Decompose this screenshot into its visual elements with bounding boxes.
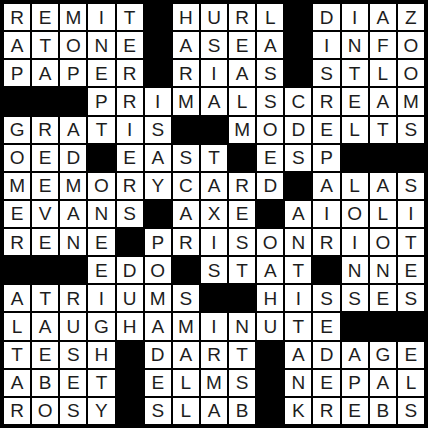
grid-cell[interactable]: I: [87, 284, 115, 312]
grid-cell[interactable]: A: [3, 369, 31, 397]
grid-cell[interactable]: D: [59, 144, 87, 172]
black-cell: [369, 144, 397, 172]
grid-cell[interactable]: P: [3, 59, 31, 87]
grid-cell[interactable]: L: [172, 369, 200, 397]
grid-cell[interactable]: D: [116, 256, 144, 284]
black-cell: [397, 312, 425, 340]
black-cell: [172, 256, 200, 284]
grid-cell[interactable]: A: [369, 172, 397, 200]
grid-cell[interactable]: R: [116, 87, 144, 115]
black-cell: [397, 144, 425, 172]
black-cell: [31, 87, 59, 115]
grid-cell[interactable]: M: [144, 284, 172, 312]
black-cell: [172, 116, 200, 144]
grid-cell[interactable]: E: [31, 228, 59, 256]
grid-cell[interactable]: T: [369, 116, 397, 144]
grid-cell[interactable]: O: [256, 116, 284, 144]
black-cell: [31, 256, 59, 284]
black-cell: [116, 228, 144, 256]
grid-cell[interactable]: A: [284, 200, 312, 228]
grid-cell[interactable]: S: [397, 397, 425, 425]
grid-cell[interactable]: N: [341, 31, 369, 59]
grid-cell[interactable]: A: [144, 312, 172, 340]
grid-cell[interactable]: I: [312, 31, 340, 59]
grid-cell[interactable]: R: [228, 3, 256, 31]
black-cell: [144, 200, 172, 228]
grid-cell[interactable]: S: [228, 369, 256, 397]
grid-cell[interactable]: L: [256, 3, 284, 31]
grid-cell[interactable]: Z: [397, 3, 425, 31]
grid-cell[interactable]: T: [228, 341, 256, 369]
grid-cell[interactable]: E: [87, 59, 115, 87]
grid-cell[interactable]: R: [312, 397, 340, 425]
grid-cell[interactable]: O: [369, 228, 397, 256]
black-cell: [284, 59, 312, 87]
grid-cell[interactable]: I: [144, 87, 172, 115]
grid-cell[interactable]: P: [87, 87, 115, 115]
grid-cell[interactable]: S: [312, 59, 340, 87]
grid-cell[interactable]: N: [284, 369, 312, 397]
grid-cell[interactable]: A: [200, 172, 228, 200]
grid-cell[interactable]: K: [284, 397, 312, 425]
black-cell: [284, 172, 312, 200]
grid-cell[interactable]: S: [172, 284, 200, 312]
grid-cell[interactable]: A: [369, 369, 397, 397]
grid-cell[interactable]: I: [200, 59, 228, 87]
grid-cell[interactable]: Y: [87, 397, 115, 425]
grid-cell[interactable]: E: [3, 200, 31, 228]
grid-cell[interactable]: S: [397, 116, 425, 144]
grid-cell[interactable]: S: [144, 116, 172, 144]
grid-cell[interactable]: A: [256, 256, 284, 284]
grid-cell[interactable]: S: [284, 144, 312, 172]
grid-cell[interactable]: T: [284, 256, 312, 284]
grid-cell[interactable]: E: [228, 31, 256, 59]
black-cell: [256, 369, 284, 397]
grid-cell[interactable]: N: [228, 312, 256, 340]
grid-cell[interactable]: L: [369, 59, 397, 87]
black-cell: [256, 397, 284, 425]
grid-cell[interactable]: T: [87, 116, 115, 144]
grid-cell[interactable]: S: [172, 144, 200, 172]
grid-cell[interactable]: E: [116, 144, 144, 172]
grid-cell[interactable]: A: [3, 31, 31, 59]
grid-cell[interactable]: U: [116, 284, 144, 312]
grid-cell[interactable]: R: [3, 228, 31, 256]
grid-cell[interactable]: M: [172, 87, 200, 115]
grid-cell[interactable]: A: [31, 59, 59, 87]
grid-cell[interactable]: A: [312, 172, 340, 200]
grid-cell[interactable]: O: [3, 144, 31, 172]
grid-cell[interactable]: P: [312, 144, 340, 172]
grid-cell[interactable]: A: [31, 312, 59, 340]
grid-cell[interactable]: R: [31, 116, 59, 144]
grid-cell[interactable]: V: [31, 200, 59, 228]
grid-cell[interactable]: M: [228, 116, 256, 144]
grid-cell[interactable]: R: [172, 59, 200, 87]
grid-cell[interactable]: O: [144, 256, 172, 284]
grid-cell[interactable]: O: [87, 172, 115, 200]
grid-cell[interactable]: O: [59, 31, 87, 59]
grid-cell[interactable]: I: [116, 116, 144, 144]
grid-cell[interactable]: E: [341, 87, 369, 115]
grid-cell[interactable]: I: [284, 284, 312, 312]
grid-cell[interactable]: S: [397, 172, 425, 200]
grid-cell[interactable]: S: [144, 397, 172, 425]
grid-cell[interactable]: R: [172, 228, 200, 256]
grid-cell[interactable]: A: [256, 31, 284, 59]
grid-cell[interactable]: M: [59, 3, 87, 31]
grid-cell[interactable]: A: [172, 31, 200, 59]
grid-cell[interactable]: E: [59, 369, 87, 397]
grid-cell[interactable]: S: [312, 284, 340, 312]
black-cell: [3, 256, 31, 284]
grid-cell[interactable]: E: [87, 228, 115, 256]
black-cell: [200, 116, 228, 144]
grid-cell[interactable]: U: [200, 3, 228, 31]
grid-cell[interactable]: S: [59, 341, 87, 369]
grid-cell[interactable]: E: [31, 144, 59, 172]
grid-cell[interactable]: S: [59, 397, 87, 425]
grid-cell[interactable]: D: [144, 341, 172, 369]
grid-cell[interactable]: B: [228, 397, 256, 425]
grid-cell[interactable]: A: [3, 284, 31, 312]
grid-cell[interactable]: S: [200, 31, 228, 59]
grid-cell[interactable]: S: [228, 228, 256, 256]
grid-cell[interactable]: T: [31, 31, 59, 59]
grid-cell[interactable]: A: [228, 59, 256, 87]
grid-cell[interactable]: R: [116, 172, 144, 200]
grid-cell[interactable]: A: [284, 341, 312, 369]
black-cell: [256, 200, 284, 228]
grid-cell[interactable]: E: [312, 369, 340, 397]
grid-cell[interactable]: I: [341, 3, 369, 31]
grid-cell[interactable]: E: [31, 341, 59, 369]
grid-cell[interactable]: M: [397, 87, 425, 115]
grid-cell[interactable]: B: [31, 369, 59, 397]
grid-cell[interactable]: L: [397, 369, 425, 397]
grid-cell[interactable]: R: [228, 172, 256, 200]
grid-cell[interactable]: T: [3, 341, 31, 369]
grid-cell[interactable]: M: [3, 172, 31, 200]
grid-cell[interactable]: H: [87, 341, 115, 369]
grid-cell[interactable]: G: [87, 312, 115, 340]
black-cell: [228, 144, 256, 172]
grid-cell[interactable]: S: [341, 284, 369, 312]
grid-cell[interactable]: T: [116, 3, 144, 31]
grid-cell[interactable]: R: [200, 341, 228, 369]
grid-cell[interactable]: A: [144, 144, 172, 172]
grid-cell[interactable]: M: [59, 172, 87, 200]
grid-cell[interactable]: L: [172, 397, 200, 425]
grid-cell[interactable]: E: [312, 116, 340, 144]
grid-cell[interactable]: R: [3, 3, 31, 31]
black-cell: [256, 341, 284, 369]
grid-cell[interactable]: O: [341, 200, 369, 228]
grid-cell[interactable]: E: [31, 3, 59, 31]
grid-cell[interactable]: N: [87, 200, 115, 228]
grid-cell[interactable]: H: [116, 312, 144, 340]
grid-cell[interactable]: R: [116, 59, 144, 87]
grid-cell[interactable]: A: [59, 116, 87, 144]
grid-cell[interactable]: T: [200, 144, 228, 172]
black-cell: [87, 144, 115, 172]
grid-cell[interactable]: T: [31, 284, 59, 312]
grid-cell[interactable]: S: [200, 256, 228, 284]
black-cell: [200, 284, 228, 312]
grid-cell[interactable]: P: [59, 59, 87, 87]
grid-cell[interactable]: N: [369, 256, 397, 284]
grid-cell[interactable]: M: [172, 312, 200, 340]
black-cell: [116, 341, 144, 369]
grid-cell[interactable]: L: [341, 116, 369, 144]
grid-cell[interactable]: E: [256, 144, 284, 172]
grid-cell[interactable]: E: [228, 200, 256, 228]
grid-cell[interactable]: E: [144, 369, 172, 397]
grid-cell[interactable]: N: [59, 228, 87, 256]
black-cell: [312, 256, 340, 284]
grid-cell[interactable]: T: [397, 228, 425, 256]
grid-cell[interactable]: E: [31, 172, 59, 200]
grid-cell[interactable]: R: [312, 228, 340, 256]
grid-cell[interactable]: L: [3, 312, 31, 340]
black-cell: [144, 59, 172, 87]
black-cell: [144, 31, 172, 59]
black-cell: [284, 31, 312, 59]
grid-cell[interactable]: O: [397, 59, 425, 87]
black-cell: [284, 3, 312, 31]
grid-cell[interactable]: A: [200, 87, 228, 115]
grid-cell[interactable]: U: [256, 312, 284, 340]
grid-cell[interactable]: C: [284, 87, 312, 115]
grid-cell[interactable]: I: [87, 3, 115, 31]
black-cell: [341, 312, 369, 340]
black-cell: [116, 397, 144, 425]
grid-cell[interactable]: E: [312, 312, 340, 340]
grid-cell[interactable]: B: [369, 397, 397, 425]
grid-cell[interactable]: I: [200, 312, 228, 340]
grid-cell[interactable]: H: [256, 284, 284, 312]
grid-cell[interactable]: E: [397, 256, 425, 284]
grid-cell[interactable]: L: [228, 87, 256, 115]
grid-cell[interactable]: A: [59, 200, 87, 228]
grid-cell[interactable]: R: [59, 284, 87, 312]
grid-cell[interactable]: L: [369, 200, 397, 228]
grid-cell[interactable]: N: [87, 31, 115, 59]
black-cell: [369, 312, 397, 340]
grid-cell[interactable]: O: [397, 31, 425, 59]
grid-cell[interactable]: A: [172, 200, 200, 228]
grid-cell[interactable]: T: [284, 312, 312, 340]
grid-cell[interactable]: A: [172, 341, 200, 369]
grid-cell[interactable]: C: [172, 172, 200, 200]
grid-cell[interactable]: A: [369, 3, 397, 31]
grid-cell[interactable]: S: [256, 87, 284, 115]
grid-cell[interactable]: H: [172, 3, 200, 31]
grid-cell[interactable]: G: [3, 116, 31, 144]
grid-cell[interactable]: R: [3, 397, 31, 425]
grid-cell[interactable]: D: [312, 3, 340, 31]
grid-cell[interactable]: G: [369, 341, 397, 369]
black-cell: [59, 87, 87, 115]
grid-cell[interactable]: T: [228, 256, 256, 284]
grid-cell[interactable]: I: [312, 200, 340, 228]
black-cell: [3, 87, 31, 115]
grid-cell[interactable]: A: [200, 397, 228, 425]
grid-cell[interactable]: O: [31, 397, 59, 425]
grid-cell[interactable]: A: [369, 87, 397, 115]
grid-cell[interactable]: T: [341, 59, 369, 87]
grid-cell[interactable]: D: [284, 116, 312, 144]
grid-cell[interactable]: E: [116, 31, 144, 59]
grid-cell[interactable]: S: [116, 200, 144, 228]
grid-cell[interactable]: N: [284, 228, 312, 256]
grid-cell[interactable]: X: [200, 200, 228, 228]
grid-cell[interactable]: I: [397, 200, 425, 228]
grid-cell[interactable]: E: [369, 284, 397, 312]
grid-cell[interactable]: I: [200, 228, 228, 256]
grid-cell[interactable]: I: [341, 228, 369, 256]
grid-cell[interactable]: A: [341, 341, 369, 369]
grid-cell[interactable]: E: [341, 397, 369, 425]
grid-cell[interactable]: E: [397, 341, 425, 369]
crossword-grid: REMITHURLDIAZATONEASEAINFOPAPERRIASSTLOP…: [0, 0, 428, 428]
grid-cell[interactable]: L: [341, 172, 369, 200]
grid-cell[interactable]: S: [397, 284, 425, 312]
grid-cell[interactable]: D: [312, 341, 340, 369]
grid-cell[interactable]: U: [59, 312, 87, 340]
grid-cell[interactable]: N: [341, 256, 369, 284]
black-cell: [116, 369, 144, 397]
grid-cell[interactable]: P: [341, 369, 369, 397]
grid-cell[interactable]: P: [144, 228, 172, 256]
grid-cell[interactable]: F: [369, 31, 397, 59]
grid-cell[interactable]: M: [200, 369, 228, 397]
grid-cell[interactable]: R: [312, 87, 340, 115]
black-cell: [228, 284, 256, 312]
grid-cell[interactable]: T: [87, 369, 115, 397]
black-cell: [144, 3, 172, 31]
grid-cell[interactable]: Y: [144, 172, 172, 200]
black-cell: [59, 256, 87, 284]
grid-cell[interactable]: O: [256, 228, 284, 256]
black-cell: [341, 144, 369, 172]
grid-cell[interactable]: S: [256, 59, 284, 87]
grid-cell[interactable]: E: [87, 256, 115, 284]
grid-cell[interactable]: D: [256, 172, 284, 200]
